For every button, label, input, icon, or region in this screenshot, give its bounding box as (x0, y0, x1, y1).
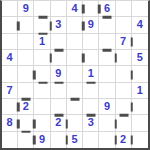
cell-r0-c1[interactable]: 9 (18, 1, 34, 17)
cell-r7-c6[interactable] (99, 115, 115, 131)
cell-r4-c0[interactable] (2, 66, 18, 82)
cell-r1-c8[interactable]: 4 (132, 17, 148, 33)
cell-r4-c6[interactable] (99, 66, 115, 82)
cell-r4-c1[interactable] (18, 66, 34, 82)
cell-r6-c7[interactable] (116, 99, 132, 115)
cell-r1-c5[interactable]: 9 (83, 17, 99, 33)
cell-r4-c2[interactable] (34, 66, 50, 82)
cell-r2-c6[interactable] (99, 34, 115, 50)
cell-r1-c1[interactable] (18, 17, 34, 33)
cell-r5-c6[interactable] (99, 83, 115, 99)
given-digit: 9 (88, 19, 94, 30)
given-digit: 4 (137, 19, 143, 30)
cell-r5-c2[interactable] (34, 83, 50, 99)
cell-r5-c8[interactable]: 1 (132, 83, 148, 99)
given-digit: 5 (137, 52, 143, 63)
given-digit: 2 (55, 117, 61, 128)
cell-r8-c5[interactable] (83, 132, 99, 148)
sudoku-grid: 9463941745917129823952 (2, 1, 148, 148)
given-digit: 9 (23, 3, 29, 14)
given-digit: 9 (39, 134, 45, 145)
cell-r5-c1[interactable] (18, 83, 34, 99)
cell-r2-c4[interactable] (67, 34, 83, 50)
cell-r0-c5[interactable] (83, 1, 99, 17)
cell-r8-c4[interactable]: 5 (67, 132, 83, 148)
cell-r8-c2[interactable]: 9 (34, 132, 50, 148)
cell-r4-c5[interactable]: 1 (83, 66, 99, 82)
cell-r2-c0[interactable] (2, 34, 18, 50)
cell-r1-c6[interactable] (99, 17, 115, 33)
cell-r7-c5[interactable]: 3 (83, 115, 99, 131)
cell-r0-c3[interactable] (51, 1, 67, 17)
cell-r2-c7[interactable]: 7 (116, 34, 132, 50)
cell-r3-c0[interactable]: 4 (2, 50, 18, 66)
cell-r7-c2[interactable] (34, 115, 50, 131)
cell-r0-c2[interactable] (34, 1, 50, 17)
given-digit: 7 (120, 36, 126, 47)
cell-r5-c7[interactable] (116, 83, 132, 99)
given-digit: 9 (55, 68, 61, 79)
cell-r0-c4[interactable]: 4 (67, 1, 83, 17)
given-digit: 6 (104, 3, 110, 14)
cell-r8-c7[interactable]: 2 (116, 132, 132, 148)
cell-r1-c3[interactable]: 3 (51, 17, 67, 33)
cell-r3-c5[interactable] (83, 50, 99, 66)
given-digit: 5 (71, 134, 77, 145)
given-digit: 7 (7, 85, 13, 96)
cell-r8-c1[interactable] (18, 132, 34, 148)
cell-r3-c4[interactable] (67, 50, 83, 66)
given-digit: 8 (7, 117, 13, 128)
cell-r2-c1[interactable] (18, 34, 34, 50)
cell-r1-c4[interactable] (67, 17, 83, 33)
cell-r6-c5[interactable] (83, 99, 99, 115)
cell-r2-c8[interactable] (132, 34, 148, 50)
cell-r3-c3[interactable] (51, 50, 67, 66)
cell-r8-c6[interactable] (99, 132, 115, 148)
cell-r7-c3[interactable]: 2 (51, 115, 67, 131)
cell-r5-c4[interactable] (67, 83, 83, 99)
cell-r7-c7[interactable] (116, 115, 132, 131)
cell-r7-c0[interactable]: 8 (2, 115, 18, 131)
cell-r3-c7[interactable] (116, 50, 132, 66)
cell-r3-c8[interactable]: 5 (132, 50, 148, 66)
sudoku-board: 9463941745917129823952 (0, 0, 150, 150)
cell-r2-c3[interactable] (51, 34, 67, 50)
given-digit: 3 (55, 19, 61, 30)
cell-r8-c0[interactable] (2, 132, 18, 148)
cell-r5-c5[interactable] (83, 83, 99, 99)
cell-r7-c4[interactable] (67, 115, 83, 131)
cell-r1-c0[interactable] (2, 17, 18, 33)
cell-r6-c2[interactable] (34, 99, 50, 115)
cell-r8-c3[interactable] (51, 132, 67, 148)
cell-r0-c7[interactable] (116, 1, 132, 17)
cell-r4-c4[interactable] (67, 66, 83, 82)
cell-r6-c0[interactable] (2, 99, 18, 115)
cell-r5-c0[interactable]: 7 (2, 83, 18, 99)
cell-r1-c2[interactable] (34, 17, 50, 33)
cell-r8-c8[interactable] (132, 132, 148, 148)
cell-r0-c8[interactable] (132, 1, 148, 17)
cell-r1-c7[interactable] (116, 17, 132, 33)
cell-r0-c0[interactable] (2, 1, 18, 17)
cell-r4-c3[interactable]: 9 (51, 66, 67, 82)
cell-r4-c8[interactable] (132, 66, 148, 82)
cell-r6-c6[interactable]: 9 (99, 99, 115, 115)
cell-r7-c8[interactable] (132, 115, 148, 131)
cell-r6-c1[interactable]: 2 (18, 99, 34, 115)
given-digit: 3 (88, 117, 94, 128)
cell-r7-c1[interactable] (18, 115, 34, 131)
cell-r6-c4[interactable] (67, 99, 83, 115)
given-digit: 9 (104, 101, 110, 112)
given-digit: 2 (23, 101, 29, 112)
cell-r6-c3[interactable] (51, 99, 67, 115)
given-digit: 1 (39, 36, 45, 47)
cell-r2-c5[interactable] (83, 34, 99, 50)
cell-r3-c6[interactable] (99, 50, 115, 66)
cell-r4-c7[interactable] (116, 66, 132, 82)
given-digit: 1 (137, 85, 143, 96)
given-digit: 2 (120, 134, 126, 145)
cell-r3-c1[interactable] (18, 50, 34, 66)
cell-r5-c3[interactable] (51, 83, 67, 99)
given-digit: 4 (7, 52, 13, 63)
cell-r2-c2[interactable]: 1 (34, 34, 50, 50)
cell-r0-c6[interactable]: 6 (99, 1, 115, 17)
cell-r3-c2[interactable] (34, 50, 50, 66)
given-digit: 4 (71, 3, 77, 14)
cell-r6-c8[interactable] (132, 99, 148, 115)
given-digit: 1 (88, 68, 94, 79)
